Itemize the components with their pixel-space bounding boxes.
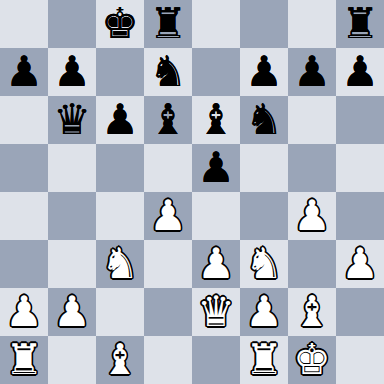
- square-e4[interactable]: [192, 192, 240, 240]
- square-h4[interactable]: [336, 192, 384, 240]
- square-f4[interactable]: [240, 192, 288, 240]
- square-c2[interactable]: [96, 288, 144, 336]
- square-g3[interactable]: [288, 240, 336, 288]
- square-e7[interactable]: [192, 48, 240, 96]
- piece-white-king[interactable]: ♚: [293, 336, 331, 384]
- square-b4[interactable]: [48, 192, 96, 240]
- square-g4[interactable]: ♟: [288, 192, 336, 240]
- square-b2[interactable]: ♟: [48, 288, 96, 336]
- piece-white-pawn[interactable]: ♟: [245, 288, 283, 336]
- piece-black-pawn[interactable]: ♟: [53, 48, 91, 96]
- square-e1[interactable]: [192, 336, 240, 384]
- square-h2[interactable]: [336, 288, 384, 336]
- square-c1[interactable]: ♝: [96, 336, 144, 384]
- piece-white-pawn[interactable]: ♟: [149, 192, 187, 240]
- square-g7[interactable]: ♟: [288, 48, 336, 96]
- square-a8[interactable]: [0, 0, 48, 48]
- piece-black-bishop[interactable]: ♝: [197, 96, 235, 144]
- square-f5[interactable]: [240, 144, 288, 192]
- square-a1[interactable]: ♜: [0, 336, 48, 384]
- square-c5[interactable]: [96, 144, 144, 192]
- piece-black-bishop[interactable]: ♝: [149, 96, 187, 144]
- square-h3[interactable]: ♟: [336, 240, 384, 288]
- square-c7[interactable]: [96, 48, 144, 96]
- square-b7[interactable]: ♟: [48, 48, 96, 96]
- square-a5[interactable]: [0, 144, 48, 192]
- square-a2[interactable]: ♟: [0, 288, 48, 336]
- square-c8[interactable]: ♚: [96, 0, 144, 48]
- piece-black-knight[interactable]: ♞: [245, 96, 283, 144]
- square-e2[interactable]: ♛: [192, 288, 240, 336]
- square-d6[interactable]: ♝: [144, 96, 192, 144]
- square-b5[interactable]: [48, 144, 96, 192]
- piece-white-bishop[interactable]: ♝: [101, 336, 139, 384]
- piece-white-rook[interactable]: ♜: [5, 336, 43, 384]
- square-d5[interactable]: [144, 144, 192, 192]
- piece-black-pawn[interactable]: ♟: [197, 144, 235, 192]
- square-d2[interactable]: [144, 288, 192, 336]
- square-b8[interactable]: [48, 0, 96, 48]
- square-d4[interactable]: ♟: [144, 192, 192, 240]
- piece-white-queen[interactable]: ♛: [197, 288, 235, 336]
- square-e3[interactable]: ♟: [192, 240, 240, 288]
- square-c4[interactable]: [96, 192, 144, 240]
- piece-black-knight[interactable]: ♞: [149, 48, 187, 96]
- square-g1[interactable]: ♚: [288, 336, 336, 384]
- piece-black-pawn[interactable]: ♟: [341, 48, 379, 96]
- piece-white-knight[interactable]: ♞: [101, 240, 139, 288]
- square-h5[interactable]: [336, 144, 384, 192]
- piece-white-knight[interactable]: ♞: [245, 240, 283, 288]
- piece-black-pawn[interactable]: ♟: [245, 48, 283, 96]
- square-a6[interactable]: [0, 96, 48, 144]
- square-g2[interactable]: ♝: [288, 288, 336, 336]
- square-b1[interactable]: [48, 336, 96, 384]
- square-f3[interactable]: ♞: [240, 240, 288, 288]
- square-b3[interactable]: [48, 240, 96, 288]
- piece-black-rook[interactable]: ♜: [341, 0, 379, 48]
- square-f2[interactable]: ♟: [240, 288, 288, 336]
- square-f6[interactable]: ♞: [240, 96, 288, 144]
- square-e6[interactable]: ♝: [192, 96, 240, 144]
- piece-white-pawn[interactable]: ♟: [5, 288, 43, 336]
- square-h1[interactable]: [336, 336, 384, 384]
- square-f8[interactable]: [240, 0, 288, 48]
- square-f7[interactable]: ♟: [240, 48, 288, 96]
- piece-black-pawn[interactable]: ♟: [5, 48, 43, 96]
- square-h8[interactable]: ♜: [336, 0, 384, 48]
- piece-black-king[interactable]: ♚: [101, 0, 139, 48]
- square-g5[interactable]: [288, 144, 336, 192]
- square-d3[interactable]: [144, 240, 192, 288]
- piece-white-pawn[interactable]: ♟: [293, 192, 331, 240]
- square-f1[interactable]: ♜: [240, 336, 288, 384]
- square-e8[interactable]: [192, 0, 240, 48]
- square-b6[interactable]: ♛: [48, 96, 96, 144]
- piece-white-pawn[interactable]: ♟: [197, 240, 235, 288]
- square-d8[interactable]: ♜: [144, 0, 192, 48]
- piece-black-queen[interactable]: ♛: [53, 96, 91, 144]
- piece-white-pawn[interactable]: ♟: [53, 288, 91, 336]
- square-c3[interactable]: ♞: [96, 240, 144, 288]
- square-g8[interactable]: [288, 0, 336, 48]
- square-a3[interactable]: [0, 240, 48, 288]
- square-a4[interactable]: [0, 192, 48, 240]
- square-h6[interactable]: [336, 96, 384, 144]
- square-e5[interactable]: ♟: [192, 144, 240, 192]
- piece-black-pawn[interactable]: ♟: [293, 48, 331, 96]
- square-c6[interactable]: ♟: [96, 96, 144, 144]
- piece-black-pawn[interactable]: ♟: [101, 96, 139, 144]
- piece-white-rook[interactable]: ♜: [245, 336, 283, 384]
- piece-white-pawn[interactable]: ♟: [341, 240, 379, 288]
- piece-black-rook[interactable]: ♜: [149, 0, 187, 48]
- piece-white-bishop[interactable]: ♝: [293, 288, 331, 336]
- square-d1[interactable]: [144, 336, 192, 384]
- square-g6[interactable]: [288, 96, 336, 144]
- square-d7[interactable]: ♞: [144, 48, 192, 96]
- square-h7[interactable]: ♟: [336, 48, 384, 96]
- square-a7[interactable]: ♟: [0, 48, 48, 96]
- chess-board: ♚♜♜♟♟♞♟♟♟♛♟♝♝♞♟♟♟♞♟♞♟♟♟♛♟♝♜♝♜♚: [0, 0, 384, 384]
